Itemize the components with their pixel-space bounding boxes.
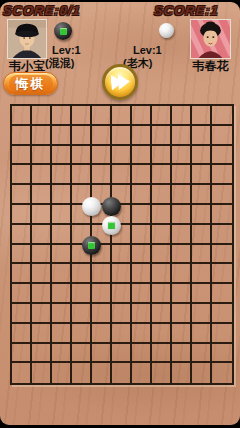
left-player-score: SCORE:0/1 <box>2 3 81 18</box>
board-cell[interactable] <box>192 363 212 383</box>
board-cell[interactable] <box>72 264 92 284</box>
board-cell[interactable] <box>152 264 172 284</box>
board-cell[interactable] <box>32 185 52 205</box>
board-cell[interactable] <box>112 344 132 364</box>
board-cell[interactable] <box>132 324 152 344</box>
right-player-level: Lev:1 <box>133 44 162 56</box>
board-cell[interactable] <box>92 146 112 166</box>
turn-marker <box>60 28 67 35</box>
board-cell[interactable] <box>212 363 232 383</box>
board-cell[interactable] <box>132 205 152 225</box>
board-cell[interactable] <box>132 165 152 185</box>
board-cell[interactable] <box>12 324 32 344</box>
board-cell[interactable] <box>32 245 52 265</box>
board-cell[interactable] <box>172 245 192 265</box>
board-cell[interactable] <box>52 126 72 146</box>
board-cell[interactable] <box>112 106 132 126</box>
board-cell[interactable] <box>112 146 132 166</box>
board-cell[interactable] <box>112 363 132 383</box>
board-cell[interactable] <box>172 284 192 304</box>
board-cell[interactable] <box>152 225 172 245</box>
board-cell[interactable] <box>112 126 132 146</box>
board-cell[interactable] <box>152 106 172 126</box>
board-cell[interactable] <box>212 126 232 146</box>
board-cell[interactable] <box>152 126 172 146</box>
board-cell[interactable] <box>172 225 192 245</box>
board-cell[interactable] <box>32 106 52 126</box>
board-cell[interactable] <box>112 245 132 265</box>
board-cell[interactable] <box>132 304 152 324</box>
right-player-avatar <box>190 19 231 59</box>
board-cell[interactable] <box>32 165 52 185</box>
board-cell[interactable] <box>192 264 212 284</box>
board-cell[interactable] <box>72 363 92 383</box>
board-cell[interactable] <box>152 146 172 166</box>
board-cell[interactable] <box>12 146 32 166</box>
board-cell[interactable] <box>152 284 172 304</box>
board-cell[interactable] <box>192 225 212 245</box>
board-cell[interactable] <box>132 363 152 383</box>
board-cell[interactable] <box>212 205 232 225</box>
board-cell[interactable] <box>192 126 212 146</box>
board-cell[interactable] <box>92 344 112 364</box>
board-cell[interactable] <box>132 344 152 364</box>
board-cell[interactable] <box>192 205 212 225</box>
woman-portrait-icon <box>191 20 230 58</box>
black-stone-indicator <box>54 22 72 40</box>
board-cell[interactable] <box>132 146 152 166</box>
board-cell[interactable] <box>192 185 212 205</box>
board-cell[interactable] <box>112 304 132 324</box>
board-cell[interactable] <box>152 185 172 205</box>
board-cell[interactable] <box>72 324 92 344</box>
board-cell[interactable] <box>112 165 132 185</box>
board-cell[interactable] <box>32 344 52 364</box>
board-cell[interactable] <box>172 106 192 126</box>
board-cell[interactable] <box>152 245 172 265</box>
board-cell[interactable] <box>52 225 72 245</box>
left-player-title: (混混) <box>45 56 74 71</box>
board-cell[interactable] <box>72 106 92 126</box>
board-cell[interactable] <box>112 284 132 304</box>
board-cell[interactable] <box>132 245 152 265</box>
board-cell[interactable] <box>192 324 212 344</box>
board-cell[interactable] <box>32 264 52 284</box>
board-cell[interactable] <box>192 165 212 185</box>
board-cell[interactable] <box>52 106 72 126</box>
board-cell[interactable] <box>152 205 172 225</box>
board-cell[interactable] <box>192 284 212 304</box>
board-cell[interactable] <box>172 264 192 284</box>
board-cell[interactable] <box>92 304 112 324</box>
board-cell[interactable] <box>212 324 232 344</box>
board-cell[interactable] <box>172 165 192 185</box>
board-cell[interactable] <box>12 185 32 205</box>
board-cell[interactable] <box>132 264 152 284</box>
board-cell[interactable] <box>212 304 232 324</box>
board-cell[interactable] <box>192 344 212 364</box>
board-cell[interactable] <box>32 363 52 383</box>
board-cell[interactable] <box>52 304 72 324</box>
board-cell[interactable] <box>92 363 112 383</box>
left-player-avatar <box>7 19 47 59</box>
board-cell[interactable] <box>132 284 152 304</box>
board-cell[interactable] <box>172 205 192 225</box>
right-player-name: 韦春花 <box>185 58 236 75</box>
board-cell[interactable] <box>52 264 72 284</box>
board-cell[interactable] <box>12 363 32 383</box>
board-cell[interactable] <box>72 146 92 166</box>
board-cell[interactable] <box>92 165 112 185</box>
game-board[interactable] <box>10 104 234 385</box>
board-cell[interactable] <box>92 324 112 344</box>
board-cell[interactable] <box>12 205 32 225</box>
board-cell[interactable] <box>52 185 72 205</box>
board-cell[interactable] <box>92 126 112 146</box>
board-cell[interactable] <box>152 165 172 185</box>
board-cell[interactable] <box>52 344 72 364</box>
board-cell[interactable] <box>212 185 232 205</box>
board-cell[interactable] <box>32 126 52 146</box>
board-cell[interactable] <box>72 284 92 304</box>
undo-button-label: 悔棋 <box>9 75 53 92</box>
board-cell[interactable] <box>212 165 232 185</box>
board-cell[interactable] <box>12 264 32 284</box>
board-cell[interactable] <box>132 126 152 146</box>
white-stone <box>102 216 121 235</box>
board-cell[interactable] <box>152 344 172 364</box>
board-cell[interactable] <box>212 264 232 284</box>
board-cell[interactable] <box>52 165 72 185</box>
board-cell[interactable] <box>212 146 232 166</box>
board-cell[interactable] <box>172 324 192 344</box>
boy-with-qing-hat-icon <box>8 20 46 58</box>
board-cell[interactable] <box>12 126 32 146</box>
board-cell[interactable] <box>132 106 152 126</box>
board-cell[interactable] <box>132 185 152 205</box>
phone-screen: SCORE:0/1 SCORE:1 <box>0 0 240 428</box>
board-cell[interactable] <box>52 324 72 344</box>
wood-background: SCORE:0/1 SCORE:1 <box>0 2 240 425</box>
board-cell[interactable] <box>32 324 52 344</box>
board-cell[interactable] <box>52 284 72 304</box>
board-cell[interactable] <box>212 284 232 304</box>
board-cell[interactable] <box>152 304 172 324</box>
board-cell[interactable] <box>172 363 192 383</box>
white-stone-indicator <box>159 23 174 38</box>
fast-forward-button[interactable] <box>102 64 138 100</box>
board-cell[interactable] <box>32 284 52 304</box>
board-cell[interactable] <box>72 304 92 324</box>
board-cell[interactable] <box>92 264 112 284</box>
board-cell[interactable] <box>192 146 212 166</box>
board-cell[interactable] <box>172 344 192 364</box>
board-cell[interactable] <box>52 146 72 166</box>
board-cell[interactable] <box>212 106 232 126</box>
board-cell[interactable] <box>12 106 32 126</box>
board-cell[interactable] <box>52 245 72 265</box>
board-cell[interactable] <box>192 106 212 126</box>
board-cell[interactable] <box>152 324 172 344</box>
board-cell[interactable] <box>172 304 192 324</box>
right-player-score: SCORE:1 <box>153 3 219 18</box>
board-cell[interactable] <box>212 225 232 245</box>
board-cell[interactable] <box>72 344 92 364</box>
board-cell[interactable] <box>212 245 232 265</box>
board-cell[interactable] <box>32 146 52 166</box>
board-cell[interactable] <box>92 284 112 304</box>
white-stone <box>82 197 101 216</box>
board-cell[interactable] <box>52 363 72 383</box>
black-stone <box>82 236 101 255</box>
board-cell[interactable] <box>12 225 32 245</box>
board-cell[interactable] <box>12 165 32 185</box>
board-cell[interactable] <box>12 304 32 324</box>
board-cell[interactable] <box>32 205 52 225</box>
board-cell[interactable] <box>52 205 72 225</box>
board-cell[interactable] <box>32 304 52 324</box>
board-cell[interactable] <box>172 146 192 166</box>
board-cell[interactable] <box>192 304 212 324</box>
board-cell[interactable] <box>112 324 132 344</box>
board-cell[interactable] <box>172 126 192 146</box>
undo-button[interactable]: 悔棋 <box>3 72 58 95</box>
board-cell[interactable] <box>192 245 212 265</box>
board-cell[interactable] <box>72 126 92 146</box>
fast-forward-icon <box>110 73 131 90</box>
board-cell[interactable] <box>112 264 132 284</box>
board-cell[interactable] <box>12 344 32 364</box>
black-stone <box>102 197 121 216</box>
last-move-marker <box>108 222 115 229</box>
board-cell[interactable] <box>72 165 92 185</box>
last-move-marker <box>88 242 95 249</box>
board-cell[interactable] <box>132 225 152 245</box>
board-cell[interactable] <box>212 344 232 364</box>
board-cell[interactable] <box>32 225 52 245</box>
board-cell[interactable] <box>92 106 112 126</box>
board-cell[interactable] <box>152 363 172 383</box>
board-cell[interactable] <box>12 245 32 265</box>
board-cell[interactable] <box>172 185 192 205</box>
board-cell[interactable] <box>12 284 32 304</box>
left-player-level: Lev:1 <box>52 44 81 56</box>
